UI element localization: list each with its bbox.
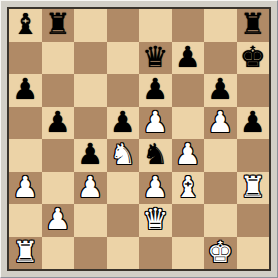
black-king: ♚: [240, 42, 266, 74]
square-h1[interactable]: [237, 237, 270, 270]
black-pawn: ♟: [142, 74, 168, 106]
square-d6[interactable]: [107, 74, 140, 107]
white-pawn: ♟: [207, 107, 233, 139]
square-f1[interactable]: [172, 237, 205, 270]
black-pawn: ♟: [45, 107, 71, 139]
square-a7[interactable]: [9, 42, 42, 75]
square-h3[interactable]: ♜: [237, 172, 270, 205]
square-h4[interactable]: [237, 139, 270, 172]
square-a1[interactable]: ♜: [9, 237, 42, 270]
square-g8[interactable]: [204, 9, 237, 42]
square-e8[interactable]: [139, 9, 172, 42]
square-f3[interactable]: ♝: [172, 172, 205, 205]
square-e7[interactable]: ♛: [139, 42, 172, 75]
black-rook: ♜: [45, 9, 71, 41]
square-c6[interactable]: [74, 74, 107, 107]
square-b3[interactable]: [42, 172, 75, 205]
square-d5[interactable]: ♟: [107, 107, 140, 140]
square-h5[interactable]: ♟: [237, 107, 270, 140]
black-pawn: ♟: [175, 42, 201, 74]
square-e6[interactable]: ♟: [139, 74, 172, 107]
white-pawn: ♟: [175, 139, 201, 171]
black-pawn: ♟: [207, 74, 233, 106]
board-frame: ♝♜♜♛♟♚♟♟♟♟♟♟♟♟♟♞♞♟♟♟♟♝♜♟♛♜♚: [0, 0, 278, 278]
black-pawn: ♟: [110, 107, 136, 139]
square-b4[interactable]: [42, 139, 75, 172]
square-b6[interactable]: [42, 74, 75, 107]
square-c2[interactable]: [74, 204, 107, 237]
square-g3[interactable]: [204, 172, 237, 205]
square-a3[interactable]: ♟: [9, 172, 42, 205]
square-f2[interactable]: [172, 204, 205, 237]
square-e3[interactable]: ♟: [139, 172, 172, 205]
black-pawn: ♟: [240, 107, 266, 139]
square-f7[interactable]: ♟: [172, 42, 205, 75]
white-bishop: ♝: [175, 172, 201, 204]
square-g5[interactable]: ♟: [204, 107, 237, 140]
square-c7[interactable]: [74, 42, 107, 75]
square-h6[interactable]: [237, 74, 270, 107]
black-rook: ♜: [240, 9, 266, 41]
white-pawn: ♟: [12, 172, 38, 204]
square-a5[interactable]: [9, 107, 42, 140]
black-bishop: ♝: [12, 9, 38, 41]
square-d3[interactable]: [107, 172, 140, 205]
white-king: ♚: [207, 237, 233, 269]
square-b7[interactable]: [42, 42, 75, 75]
white-pawn: ♟: [77, 172, 103, 204]
white-knight: ♞: [110, 139, 136, 171]
square-d2[interactable]: [107, 204, 140, 237]
square-a2[interactable]: [9, 204, 42, 237]
square-e2[interactable]: ♛: [139, 204, 172, 237]
black-pawn: ♟: [77, 139, 103, 171]
square-g6[interactable]: ♟: [204, 74, 237, 107]
square-a8[interactable]: ♝: [9, 9, 42, 42]
square-h8[interactable]: ♜: [237, 9, 270, 42]
white-queen: ♛: [142, 204, 168, 236]
square-b8[interactable]: ♜: [42, 9, 75, 42]
square-b2[interactable]: ♟: [42, 204, 75, 237]
square-d4[interactable]: ♞: [107, 139, 140, 172]
square-a6[interactable]: ♟: [9, 74, 42, 107]
square-f8[interactable]: [172, 9, 205, 42]
square-c8[interactable]: [74, 9, 107, 42]
square-e4[interactable]: ♞: [139, 139, 172, 172]
square-d7[interactable]: [107, 42, 140, 75]
square-f4[interactable]: ♟: [172, 139, 205, 172]
square-b5[interactable]: ♟: [42, 107, 75, 140]
square-c5[interactable]: [74, 107, 107, 140]
square-c1[interactable]: [74, 237, 107, 270]
square-b1[interactable]: [42, 237, 75, 270]
square-e1[interactable]: [139, 237, 172, 270]
square-h2[interactable]: [237, 204, 270, 237]
board-border: ♝♜♜♛♟♚♟♟♟♟♟♟♟♟♟♞♞♟♟♟♟♝♜♟♛♜♚: [7, 7, 271, 271]
square-g4[interactable]: [204, 139, 237, 172]
square-c3[interactable]: ♟: [74, 172, 107, 205]
square-a4[interactable]: [9, 139, 42, 172]
white-pawn: ♟: [142, 107, 168, 139]
square-c4[interactable]: ♟: [74, 139, 107, 172]
black-knight: ♞: [142, 139, 168, 171]
square-d8[interactable]: [107, 9, 140, 42]
square-f5[interactable]: [172, 107, 205, 140]
square-g7[interactable]: [204, 42, 237, 75]
square-e5[interactable]: ♟: [139, 107, 172, 140]
white-rook: ♜: [240, 172, 266, 204]
square-f6[interactable]: [172, 74, 205, 107]
square-g1[interactable]: ♚: [204, 237, 237, 270]
square-g2[interactable]: [204, 204, 237, 237]
chess-board: ♝♜♜♛♟♚♟♟♟♟♟♟♟♟♟♞♞♟♟♟♟♝♜♟♛♜♚: [9, 9, 269, 269]
black-pawn: ♟: [12, 74, 38, 106]
white-pawn: ♟: [142, 172, 168, 204]
white-pawn: ♟: [45, 204, 71, 236]
black-queen: ♛: [142, 42, 168, 74]
square-h7[interactable]: ♚: [237, 42, 270, 75]
white-rook: ♜: [12, 237, 38, 269]
square-d1[interactable]: [107, 237, 140, 270]
